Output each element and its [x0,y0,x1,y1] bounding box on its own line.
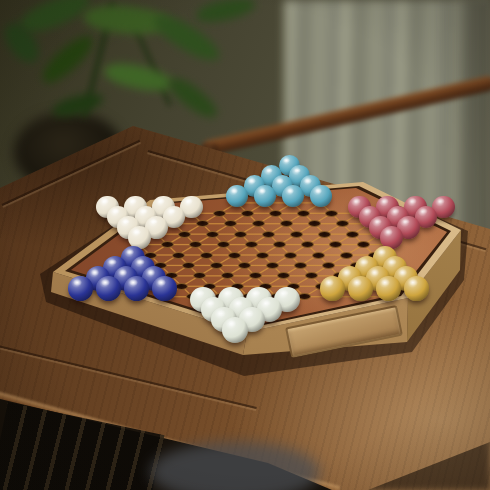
marble-blue[interactable] [124,276,149,301]
marble-highlight [437,198,445,204]
board-hole[interactable] [284,252,297,259]
marble-highlight [381,198,389,204]
marble-gold[interactable] [320,276,345,301]
scene-chinese-checkers-photo: { "game": "chinese-checkers", "descripti… [0,0,490,490]
marble-white[interactable] [222,317,248,343]
board-hole[interactable] [196,220,209,227]
board-hole[interactable] [340,252,353,259]
board-hole[interactable] [206,231,219,238]
board-hole[interactable] [228,252,241,259]
marble-highlight [385,229,393,235]
marble-highlight [263,300,272,307]
marble-highlight [402,219,410,225]
marble-gold[interactable] [348,276,373,301]
marble-blue[interactable] [96,276,121,301]
board-hole[interactable] [273,241,286,248]
marble-highlight [147,269,155,275]
board-hole[interactable] [290,231,303,238]
marble-highlight [228,320,237,327]
marble-highlight [108,259,116,265]
marble-highlight [129,198,137,204]
marble-highlight [157,279,165,285]
board-hole[interactable] [245,241,258,248]
board-hole[interactable] [161,241,174,248]
board-hole[interactable] [210,262,223,269]
marble-highlight [287,188,294,194]
marble-highlight [157,198,165,204]
marble-highlight [409,198,417,204]
board-hole[interactable] [213,210,226,217]
board-hole[interactable] [238,262,251,269]
marble-highlight [126,249,134,255]
marble-highlight [248,178,255,184]
marble-highlight [364,208,372,214]
marble-highlight [136,259,144,265]
board-hole[interactable] [308,220,321,227]
board-hole[interactable] [346,231,359,238]
marble-highlight [73,279,81,285]
board-hole[interactable] [301,241,314,248]
marble-highlight [378,249,386,255]
board-hole[interactable] [175,283,188,290]
marble-highlight [280,290,289,297]
marble-highlight [168,208,176,214]
marble-highlight [150,219,158,225]
board-hole[interactable] [189,241,202,248]
marble-highlight [119,269,127,275]
marble-highlight [101,279,109,285]
marble-blue[interactable] [68,276,93,301]
board-hole[interactable] [280,220,293,227]
board-hole[interactable] [297,210,310,217]
board-hole[interactable] [312,252,325,259]
marble-highlight [343,269,351,275]
marble-highlight [224,290,233,297]
marble-highlight [371,269,379,275]
marble-highlight [294,168,301,174]
marble-highlight [140,208,148,214]
board-hole[interactable] [241,210,254,217]
marble-highlight [399,269,407,275]
marble-highlight [392,208,400,214]
marble-highlight [388,259,396,265]
board-hole[interactable] [178,231,191,238]
marble-highlight [409,279,417,285]
marble-highlight [133,229,141,235]
marble-highlight [185,198,193,204]
marble-highlight [217,310,226,317]
marble-highlight [353,198,361,204]
board-hole[interactable] [256,252,269,259]
marble-blue[interactable] [152,276,177,301]
marble-highlight [101,198,109,204]
board-hole[interactable] [336,220,349,227]
marble-highlight [112,208,120,214]
marble-highlight [276,178,283,184]
marble-highlight [304,178,311,184]
marble-highlight [315,188,322,194]
board-hole[interactable] [182,262,195,269]
marble-highlight [91,269,99,275]
marble-highlight [360,259,368,265]
marble-highlight [252,290,261,297]
marble-gold[interactable] [376,276,401,301]
board-hole[interactable] [172,252,185,259]
board-hole[interactable] [269,210,282,217]
board-hole[interactable] [318,231,331,238]
marble-highlight [235,300,244,307]
board-hole[interactable] [329,241,342,248]
board-hole[interactable] [200,252,213,259]
marble-highlight [283,158,290,163]
board-hole[interactable] [217,241,230,248]
marble-highlight [420,208,428,214]
board-hole[interactable] [322,262,335,269]
marble-highlight [259,188,266,194]
marble-highlight [129,279,137,285]
board-hole[interactable] [262,231,275,238]
marble-highlight [374,219,382,225]
marble-highlight [353,279,361,285]
board-hole[interactable] [357,241,370,248]
board-hole[interactable] [224,220,237,227]
marble-highlight [196,290,205,297]
marble-highlight [122,219,130,225]
marble-highlight [207,300,216,307]
marble-highlight [266,168,273,174]
board-hole[interactable] [294,262,307,269]
marble-highlight [231,188,238,194]
marble-highlight [325,279,333,285]
board-hole[interactable] [266,262,279,269]
board-hole[interactable] [325,210,338,217]
marble-gold[interactable] [404,276,429,301]
board-hole[interactable] [234,231,247,238]
marble-highlight [245,310,254,317]
marble-highlight [381,279,389,285]
board-hole[interactable] [252,220,265,227]
